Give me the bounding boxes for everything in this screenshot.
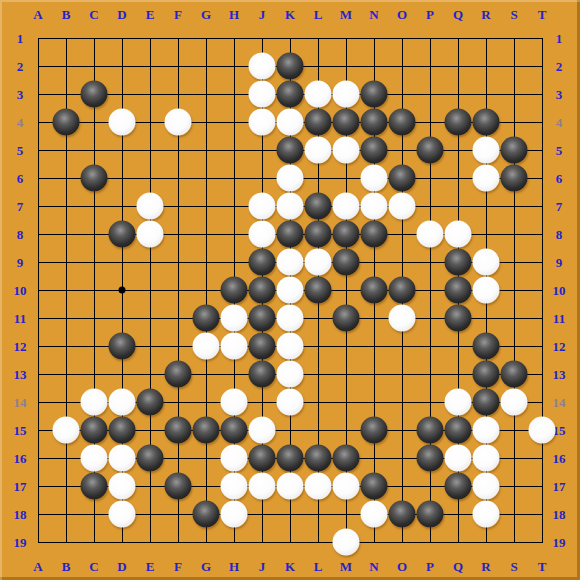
white-stone-h17: [221, 473, 248, 500]
white-stone-k10: [277, 277, 304, 304]
black-stone-m8: [333, 221, 360, 248]
white-stone-k6: [277, 165, 304, 192]
black-stone-l4: [305, 109, 332, 136]
black-stone-n10: [361, 277, 388, 304]
white-stone-m19: [333, 529, 360, 556]
black-stone-g18: [193, 501, 220, 528]
row-label-left-12: 12: [14, 340, 27, 353]
row-label-right-2: 2: [556, 60, 563, 73]
col-label-bottom-n: N: [369, 560, 378, 573]
white-stone-j2: [249, 53, 276, 80]
row-label-right-11: 11: [553, 312, 565, 325]
row-label-right-6: 6: [556, 172, 563, 185]
white-stone-k7: [277, 193, 304, 220]
grid-line-vertical: [514, 38, 515, 543]
black-stone-k5: [277, 137, 304, 164]
black-stone-q15: [445, 417, 472, 444]
black-stone-k3: [277, 81, 304, 108]
col-label-top-b: B: [62, 8, 71, 21]
row-label-left-8: 8: [17, 228, 24, 241]
row-label-right-5: 5: [556, 144, 563, 157]
col-label-bottom-o: O: [397, 560, 407, 573]
black-stone-d15: [109, 417, 136, 444]
row-label-right-1: 1: [556, 32, 563, 45]
black-stone-e14: [137, 389, 164, 416]
col-label-bottom-m: M: [340, 560, 352, 573]
black-stone-o4: [389, 109, 416, 136]
white-stone-l9: [305, 249, 332, 276]
grid-line-horizontal: [38, 542, 543, 543]
col-label-top-a: A: [33, 8, 42, 21]
col-label-top-n: N: [369, 8, 378, 21]
col-label-bottom-q: Q: [453, 560, 463, 573]
row-label-right-9: 9: [556, 256, 563, 269]
white-stone-l3: [305, 81, 332, 108]
white-stone-r10: [473, 277, 500, 304]
black-stone-p15: [417, 417, 444, 444]
col-label-bottom-c: C: [89, 560, 98, 573]
row-label-left-6: 6: [17, 172, 24, 185]
row-label-left-19: 19: [14, 536, 27, 549]
white-stone-q16: [445, 445, 472, 472]
black-stone-e16: [137, 445, 164, 472]
go-board[interactable]: AABBCCDDEEFFGGHHJJKKLLMMNNOOPPQQRRSSTT11…: [0, 0, 580, 580]
white-stone-j3: [249, 81, 276, 108]
black-stone-c6: [81, 165, 108, 192]
row-label-right-14: 14: [553, 396, 566, 409]
black-stone-q17: [445, 473, 472, 500]
black-stone-h15: [221, 417, 248, 444]
col-label-top-e: E: [146, 8, 155, 21]
white-stone-r6: [473, 165, 500, 192]
black-stone-o10: [389, 277, 416, 304]
col-label-bottom-h: H: [229, 560, 239, 573]
black-stone-k2: [277, 53, 304, 80]
black-stone-m16: [333, 445, 360, 472]
black-stone-q9: [445, 249, 472, 276]
row-label-left-3: 3: [17, 88, 24, 101]
black-stone-k16: [277, 445, 304, 472]
black-stone-r14: [473, 389, 500, 416]
row-label-right-10: 10: [553, 284, 566, 297]
black-stone-c15: [81, 417, 108, 444]
white-stone-k14: [277, 389, 304, 416]
white-stone-c14: [81, 389, 108, 416]
star-point-d10: [119, 287, 126, 294]
col-label-bottom-d: D: [117, 560, 126, 573]
grid-line-vertical: [542, 38, 543, 543]
black-stone-m11: [333, 305, 360, 332]
col-label-top-h: H: [229, 8, 239, 21]
row-label-right-19: 19: [553, 536, 566, 549]
row-label-left-4: 4: [17, 116, 24, 129]
col-label-bottom-e: E: [146, 560, 155, 573]
black-stone-n5: [361, 137, 388, 164]
col-label-bottom-p: P: [426, 560, 434, 573]
black-stone-l8: [305, 221, 332, 248]
white-stone-h14: [221, 389, 248, 416]
black-stone-q10: [445, 277, 472, 304]
col-label-top-p: P: [426, 8, 434, 21]
col-label-top-o: O: [397, 8, 407, 21]
row-label-left-16: 16: [14, 452, 27, 465]
black-stone-n8: [361, 221, 388, 248]
row-label-right-18: 18: [553, 508, 566, 521]
white-stone-j8: [249, 221, 276, 248]
white-stone-r15: [473, 417, 500, 444]
col-label-top-r: R: [481, 8, 490, 21]
col-label-top-s: S: [510, 8, 517, 21]
black-stone-s6: [501, 165, 528, 192]
white-stone-n18: [361, 501, 388, 528]
white-stone-c16: [81, 445, 108, 472]
black-stone-r12: [473, 333, 500, 360]
black-stone-m4: [333, 109, 360, 136]
black-stone-n4: [361, 109, 388, 136]
white-stone-d14: [109, 389, 136, 416]
white-stone-d18: [109, 501, 136, 528]
col-label-top-d: D: [117, 8, 126, 21]
black-stone-n17: [361, 473, 388, 500]
col-label-bottom-s: S: [510, 560, 517, 573]
white-stone-j4: [249, 109, 276, 136]
white-stone-d17: [109, 473, 136, 500]
white-stone-n7: [361, 193, 388, 220]
black-stone-k8: [277, 221, 304, 248]
white-stone-h16: [221, 445, 248, 472]
row-label-left-9: 9: [17, 256, 24, 269]
black-stone-j16: [249, 445, 276, 472]
white-stone-k17: [277, 473, 304, 500]
col-label-top-f: F: [174, 8, 182, 21]
white-stone-q14: [445, 389, 472, 416]
col-label-bottom-b: B: [62, 560, 71, 573]
row-label-right-12: 12: [553, 340, 566, 353]
white-stone-o7: [389, 193, 416, 220]
black-stone-j9: [249, 249, 276, 276]
white-stone-j15: [249, 417, 276, 444]
white-stone-k13: [277, 361, 304, 388]
white-stone-l17: [305, 473, 332, 500]
white-stone-p8: [417, 221, 444, 248]
black-stone-o6: [389, 165, 416, 192]
black-stone-j11: [249, 305, 276, 332]
row-label-left-13: 13: [14, 368, 27, 381]
white-stone-r16: [473, 445, 500, 472]
row-label-left-7: 7: [17, 200, 24, 213]
col-label-top-c: C: [89, 8, 98, 21]
white-stone-q8: [445, 221, 472, 248]
black-stone-q4: [445, 109, 472, 136]
black-stone-r13: [473, 361, 500, 388]
col-label-bottom-g: G: [201, 560, 211, 573]
white-stone-f4: [165, 109, 192, 136]
row-label-left-2: 2: [17, 60, 24, 73]
row-label-left-14: 14: [14, 396, 27, 409]
white-stone-h18: [221, 501, 248, 528]
white-stone-e8: [137, 221, 164, 248]
black-stone-c3: [81, 81, 108, 108]
white-stone-r18: [473, 501, 500, 528]
col-label-bottom-t: T: [538, 560, 547, 573]
black-stone-l16: [305, 445, 332, 472]
black-stone-j10: [249, 277, 276, 304]
black-stone-r4: [473, 109, 500, 136]
col-label-top-t: T: [538, 8, 547, 21]
white-stone-d4: [109, 109, 136, 136]
row-label-left-11: 11: [14, 312, 26, 325]
col-label-bottom-a: A: [33, 560, 42, 573]
row-label-left-18: 18: [14, 508, 27, 521]
row-label-left-1: 1: [17, 32, 24, 45]
row-label-right-8: 8: [556, 228, 563, 241]
white-stone-k11: [277, 305, 304, 332]
white-stone-k9: [277, 249, 304, 276]
white-stone-r9: [473, 249, 500, 276]
black-stone-g15: [193, 417, 220, 444]
col-label-bottom-f: F: [174, 560, 182, 573]
row-label-right-17: 17: [553, 480, 566, 493]
col-label-top-j: J: [259, 8, 266, 21]
col-label-bottom-l: L: [314, 560, 323, 573]
black-stone-l10: [305, 277, 332, 304]
black-stone-p5: [417, 137, 444, 164]
white-stone-h11: [221, 305, 248, 332]
black-stone-s5: [501, 137, 528, 164]
row-label-right-16: 16: [553, 452, 566, 465]
row-label-left-5: 5: [17, 144, 24, 157]
row-label-right-4: 4: [556, 116, 563, 129]
row-label-left-17: 17: [14, 480, 27, 493]
white-stone-s14: [501, 389, 528, 416]
black-stone-d12: [109, 333, 136, 360]
black-stone-n3: [361, 81, 388, 108]
black-stone-d8: [109, 221, 136, 248]
row-label-right-3: 3: [556, 88, 563, 101]
white-stone-m3: [333, 81, 360, 108]
white-stone-j7: [249, 193, 276, 220]
col-label-top-k: K: [285, 8, 295, 21]
black-stone-b4: [53, 109, 80, 136]
black-stone-f15: [165, 417, 192, 444]
col-label-top-m: M: [340, 8, 352, 21]
white-stone-e7: [137, 193, 164, 220]
black-stone-f17: [165, 473, 192, 500]
col-label-top-g: G: [201, 8, 211, 21]
white-stone-d16: [109, 445, 136, 472]
black-stone-m9: [333, 249, 360, 276]
row-label-left-15: 15: [14, 424, 27, 437]
white-stone-r17: [473, 473, 500, 500]
white-stone-t15: [529, 417, 556, 444]
black-stone-f13: [165, 361, 192, 388]
white-stone-r5: [473, 137, 500, 164]
white-stone-k12: [277, 333, 304, 360]
col-label-top-q: Q: [453, 8, 463, 21]
white-stone-o11: [389, 305, 416, 332]
col-label-bottom-k: K: [285, 560, 295, 573]
black-stone-c17: [81, 473, 108, 500]
white-stone-k4: [277, 109, 304, 136]
black-stone-o18: [389, 501, 416, 528]
white-stone-g12: [193, 333, 220, 360]
col-label-top-l: L: [314, 8, 323, 21]
black-stone-h10: [221, 277, 248, 304]
col-label-bottom-j: J: [259, 560, 266, 573]
row-label-right-13: 13: [553, 368, 566, 381]
black-stone-p18: [417, 501, 444, 528]
white-stone-n6: [361, 165, 388, 192]
col-label-bottom-r: R: [481, 560, 490, 573]
black-stone-l7: [305, 193, 332, 220]
black-stone-j13: [249, 361, 276, 388]
black-stone-p16: [417, 445, 444, 472]
black-stone-q11: [445, 305, 472, 332]
white-stone-h12: [221, 333, 248, 360]
row-label-right-7: 7: [556, 200, 563, 213]
white-stone-j17: [249, 473, 276, 500]
row-label-left-10: 10: [14, 284, 27, 297]
black-stone-n15: [361, 417, 388, 444]
white-stone-m17: [333, 473, 360, 500]
black-stone-j12: [249, 333, 276, 360]
black-stone-s13: [501, 361, 528, 388]
white-stone-l5: [305, 137, 332, 164]
black-stone-g11: [193, 305, 220, 332]
white-stone-m7: [333, 193, 360, 220]
white-stone-b15: [53, 417, 80, 444]
white-stone-m5: [333, 137, 360, 164]
